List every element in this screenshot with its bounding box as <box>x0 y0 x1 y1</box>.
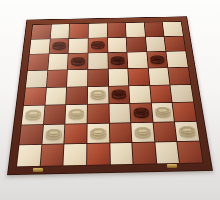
square-b2[interactable]: ⛂ <box>42 124 65 144</box>
square-c5[interactable] <box>67 70 87 87</box>
square-d6[interactable] <box>88 53 107 69</box>
square-d3[interactable] <box>87 104 108 123</box>
square-c1[interactable] <box>64 144 87 165</box>
light-man-h2[interactable]: ⛂ <box>178 121 197 139</box>
light-man-a3[interactable]: ⛂ <box>24 105 42 122</box>
square-a3[interactable]: ⛂ <box>22 106 44 125</box>
square-f4[interactable] <box>129 85 150 103</box>
square-d2[interactable]: ⛂ <box>87 123 109 143</box>
square-a7[interactable] <box>30 39 50 54</box>
square-c8[interactable] <box>69 24 87 38</box>
square-d4[interactable]: ⛂ <box>88 86 108 104</box>
square-g5[interactable] <box>149 68 170 85</box>
square-h1[interactable] <box>178 142 203 163</box>
square-d1[interactable] <box>87 144 109 165</box>
board-grid: ⛂⛂⛂⛂⛂⛂⛂⛂⛂⛂⛂⛂⛂⛂⛂ <box>16 21 204 167</box>
dark-man-b7[interactable]: ⛂ <box>51 38 66 52</box>
square-g1[interactable] <box>155 142 179 163</box>
brass-hinge-left <box>33 168 43 172</box>
square-e5[interactable] <box>108 69 128 86</box>
square-e1[interactable] <box>110 143 133 164</box>
square-h2[interactable]: ⛂ <box>175 122 199 142</box>
square-f8[interactable] <box>126 23 145 37</box>
square-h4[interactable] <box>171 85 193 103</box>
square-g3[interactable]: ⛂ <box>152 103 175 122</box>
square-e3[interactable] <box>109 104 130 123</box>
square-e4[interactable]: ⛂ <box>109 86 130 104</box>
light-man-f2[interactable]: ⛂ <box>134 122 152 140</box>
square-c3[interactable]: ⛂ <box>66 105 87 124</box>
square-h3[interactable] <box>173 103 196 122</box>
square-a2[interactable] <box>19 125 42 145</box>
dark-man-g6[interactable]: ⛂ <box>149 52 165 67</box>
light-man-d2[interactable]: ⛂ <box>90 123 107 141</box>
photo-background: ⛂⛂⛂⛂⛂⛂⛂⛂⛂⛂⛂⛂⛂⛂⛂ <box>0 0 220 200</box>
square-b5[interactable] <box>47 70 68 87</box>
dark-man-e6[interactable]: ⛂ <box>110 52 125 67</box>
square-g4[interactable] <box>150 85 172 103</box>
light-man-g3[interactable]: ⛂ <box>154 103 172 120</box>
dark-man-d7[interactable]: ⛂ <box>90 38 105 52</box>
square-f6[interactable] <box>127 52 147 68</box>
dark-man-f3[interactable]: ⛂ <box>133 103 150 120</box>
square-e2[interactable] <box>109 123 131 143</box>
square-e6[interactable]: ⛂ <box>108 53 128 69</box>
square-a4[interactable] <box>24 88 46 106</box>
light-man-b2[interactable]: ⛂ <box>45 124 63 142</box>
square-c6[interactable]: ⛂ <box>68 54 87 70</box>
square-f3[interactable]: ⛂ <box>130 103 152 122</box>
square-d7[interactable]: ⛂ <box>88 38 107 53</box>
light-man-c3[interactable]: ⛂ <box>68 104 85 121</box>
square-b1[interactable] <box>40 145 63 166</box>
board-frame: ⛂⛂⛂⛂⛂⛂⛂⛂⛂⛂⛂⛂⛂⛂⛂ <box>7 16 213 175</box>
square-d5[interactable] <box>88 69 108 86</box>
square-a8[interactable] <box>31 25 50 39</box>
square-g8[interactable] <box>144 22 163 36</box>
square-c2[interactable] <box>65 124 87 144</box>
checkers-board: ⛂⛂⛂⛂⛂⛂⛂⛂⛂⛂⛂⛂⛂⛂⛂ <box>7 16 213 175</box>
light-man-d4[interactable]: ⛂ <box>90 86 106 102</box>
square-f5[interactable] <box>128 68 149 85</box>
square-a6[interactable] <box>28 54 48 70</box>
square-c4[interactable] <box>66 87 87 105</box>
square-b6[interactable] <box>48 54 68 70</box>
square-b7[interactable]: ⛂ <box>49 39 68 54</box>
square-a1[interactable] <box>17 145 41 166</box>
dark-man-c6[interactable]: ⛂ <box>70 53 85 68</box>
brass-hinge-right <box>167 164 177 168</box>
square-e8[interactable] <box>107 23 126 37</box>
square-f1[interactable] <box>133 143 156 164</box>
square-a5[interactable] <box>26 70 47 87</box>
square-h6[interactable] <box>167 51 188 67</box>
dark-man-e4[interactable]: ⛂ <box>111 86 127 102</box>
square-h7[interactable] <box>165 36 186 51</box>
square-f2[interactable]: ⛂ <box>131 123 154 143</box>
square-h8[interactable] <box>163 22 183 36</box>
square-h5[interactable] <box>169 68 191 85</box>
square-g2[interactable] <box>153 122 176 142</box>
square-g6[interactable]: ⛂ <box>147 52 168 68</box>
square-b4[interactable] <box>45 87 66 105</box>
square-b3[interactable] <box>44 105 66 124</box>
square-f7[interactable] <box>127 37 147 52</box>
